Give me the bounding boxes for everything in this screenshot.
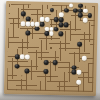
black-stone[interactable] [44,60,49,65]
white-stone[interactable] [35,22,40,27]
black-stone[interactable] [44,31,49,36]
star-point [51,19,52,20]
white-stone[interactable] [76,80,81,85]
star-point [50,76,51,77]
white-stone[interactable] [44,27,49,32]
black-stone[interactable] [59,32,64,37]
black-stone[interactable] [53,60,58,65]
black-stone[interactable] [40,22,45,27]
black-stone[interactable] [25,31,30,36]
black-stone[interactable] [64,8,69,13]
star-point [79,48,80,49]
black-stone[interactable] [63,22,68,27]
black-stone[interactable] [21,12,26,17]
stones-layer [6,1,98,3]
black-stone[interactable] [43,69,48,74]
white-stone[interactable] [25,55,30,60]
white-stone[interactable] [59,13,64,18]
star-point [50,47,51,48]
black-stone[interactable] [78,13,83,18]
table-background [0,0,100,100]
white-stone[interactable] [25,21,30,26]
white-stone[interactable] [83,8,88,13]
white-stone[interactable] [77,70,82,75]
star-point [22,47,23,48]
go-board[interactable] [4,1,98,96]
white-stone[interactable] [45,17,50,22]
white-stone[interactable] [83,18,88,23]
black-stone[interactable] [24,69,29,74]
black-stone[interactable] [77,42,82,47]
white-stone[interactable] [82,56,87,61]
